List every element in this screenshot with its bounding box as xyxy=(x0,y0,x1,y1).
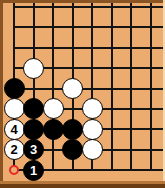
white-stone-c1r7: 4 xyxy=(4,119,25,140)
black-stone-c1r5 xyxy=(4,78,25,99)
board-edge-top xyxy=(0,0,165,3)
go-diagram: 4231 xyxy=(0,0,165,188)
black-stone-c4r8 xyxy=(62,139,83,160)
grid-line-h-2 xyxy=(13,26,165,28)
black-stone-c2r9: 1 xyxy=(23,160,44,181)
white-stone-c2r4 xyxy=(23,58,44,79)
board-edge-right xyxy=(163,0,165,188)
white-stone-c1r8: 2 xyxy=(4,139,25,160)
grid-line-h-1 xyxy=(13,6,165,8)
grid-line-h-3 xyxy=(13,47,165,49)
black-stone-c3r7 xyxy=(43,119,64,140)
go-board: 4231 xyxy=(0,0,165,188)
move-number-1: 1 xyxy=(30,164,37,177)
white-stone-c5r7 xyxy=(82,119,103,140)
move-number-4: 4 xyxy=(10,123,17,136)
black-stone-c2r6 xyxy=(23,98,44,119)
move-number-2: 2 xyxy=(10,143,17,156)
white-stone-c5r6 xyxy=(82,98,103,119)
white-stone-c5r8 xyxy=(82,139,103,160)
black-stone-c2r8: 3 xyxy=(23,139,44,160)
board-edge-bottom-dark xyxy=(0,184,165,188)
move-number-3: 3 xyxy=(30,143,37,156)
grid-line-h-5 xyxy=(13,88,165,90)
board-edge-left xyxy=(0,0,3,188)
white-stone-c3r6 xyxy=(43,98,64,119)
white-stone-c1r6 xyxy=(4,98,25,119)
black-stone-c4r7 xyxy=(62,119,83,140)
white-stone-c4r5 xyxy=(62,78,83,99)
black-stone-c2r7 xyxy=(23,119,44,140)
red-circle-marker xyxy=(9,165,19,175)
